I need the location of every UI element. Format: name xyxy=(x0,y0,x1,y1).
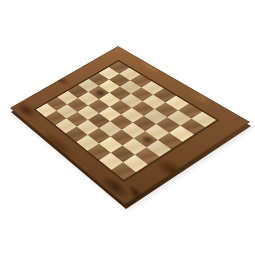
product-photo-stage xyxy=(0,0,255,255)
chess-board xyxy=(10,46,250,205)
